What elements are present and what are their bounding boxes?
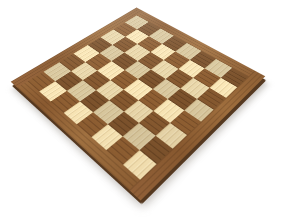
product-photo-scene (0, 0, 290, 222)
board-squares (28, 15, 249, 179)
chessboard (11, 8, 266, 201)
board-rotation-wrapper (0, 0, 290, 222)
